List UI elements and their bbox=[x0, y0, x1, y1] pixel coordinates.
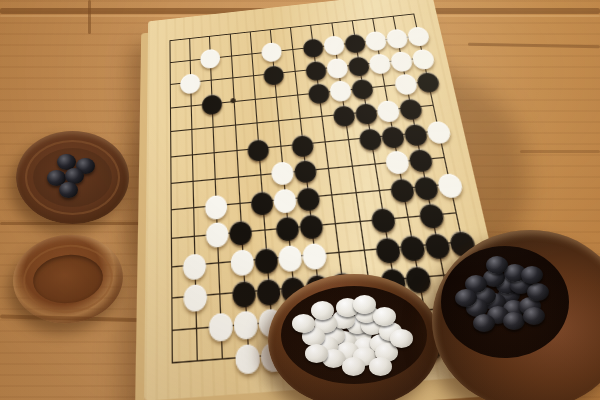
white-stone: ● bbox=[405, 24, 432, 46]
board-point[interactable] bbox=[322, 208, 349, 237]
board-point[interactable]: ● bbox=[331, 102, 356, 127]
white-stone: ● bbox=[229, 246, 256, 275]
board-point[interactable]: ● bbox=[230, 246, 255, 276]
board-point[interactable] bbox=[184, 311, 209, 343]
white-stone: ● bbox=[269, 159, 296, 185]
board-point[interactable] bbox=[239, 21, 260, 43]
board-point[interactable] bbox=[181, 167, 204, 194]
board-point[interactable]: ● bbox=[183, 250, 207, 280]
board-point[interactable]: ● bbox=[204, 191, 228, 219]
board-point[interactable]: ● bbox=[205, 219, 229, 248]
board-point[interactable] bbox=[264, 85, 287, 109]
board-point[interactable]: ● bbox=[307, 80, 331, 104]
board-point[interactable] bbox=[299, 14, 322, 36]
board-point[interactable]: ● bbox=[231, 276, 257, 307]
board-point[interactable] bbox=[181, 142, 203, 168]
board-point[interactable] bbox=[283, 59, 306, 82]
white-stone: ● bbox=[272, 186, 299, 213]
board-point[interactable]: ● bbox=[322, 33, 346, 56]
board-point[interactable] bbox=[342, 179, 369, 207]
white-bowl-stone bbox=[390, 329, 413, 348]
board-point[interactable]: ● bbox=[415, 69, 442, 93]
board-point[interactable]: ● bbox=[246, 135, 270, 161]
board-point[interactable]: ● bbox=[275, 213, 301, 242]
black-bowl-stone bbox=[521, 266, 543, 284]
board-point[interactable] bbox=[325, 237, 353, 267]
black-stone: ● bbox=[252, 244, 280, 273]
black-stone: ● bbox=[230, 276, 258, 306]
board-point[interactable] bbox=[180, 48, 201, 71]
board-point[interactable] bbox=[319, 181, 345, 209]
board-point[interactable] bbox=[182, 221, 206, 250]
board-point[interactable]: ● bbox=[255, 274, 281, 305]
white-stones-bowl bbox=[268, 274, 440, 400]
board-point[interactable]: ● bbox=[435, 170, 464, 198]
board-point[interactable] bbox=[242, 64, 264, 87]
board-point[interactable]: ● bbox=[410, 46, 436, 70]
board-point[interactable] bbox=[222, 89, 244, 113]
board-point[interactable] bbox=[203, 139, 226, 165]
board-point[interactable] bbox=[252, 215, 277, 244]
black-stone: ● bbox=[245, 135, 271, 160]
black-stone: ● bbox=[274, 213, 302, 241]
board-point[interactable]: ● bbox=[298, 211, 324, 240]
white-stone: ● bbox=[434, 170, 465, 197]
board-point[interactable]: ● bbox=[425, 117, 453, 143]
board-point[interactable]: ● bbox=[301, 239, 328, 269]
white-stone: ● bbox=[179, 71, 202, 94]
black-stone: ● bbox=[254, 274, 283, 304]
board-point[interactable] bbox=[160, 73, 181, 96]
board-point[interactable]: ● bbox=[253, 244, 279, 274]
board-point[interactable] bbox=[401, 3, 426, 25]
board-point[interactable]: ● bbox=[234, 340, 261, 374]
black-stone: ● bbox=[200, 91, 224, 114]
black-bowl-stone bbox=[473, 314, 495, 332]
board-point[interactable] bbox=[160, 119, 181, 144]
board-point[interactable]: ● bbox=[228, 217, 253, 246]
board-point[interactable] bbox=[335, 126, 361, 152]
white-stone: ● bbox=[203, 192, 229, 219]
board-point[interactable]: ● bbox=[208, 309, 234, 341]
board-point[interactable] bbox=[313, 128, 338, 154]
board-point[interactable] bbox=[259, 18, 281, 40]
board-point[interactable] bbox=[279, 16, 301, 38]
black-bowl-opening bbox=[441, 246, 569, 358]
board-point[interactable] bbox=[184, 344, 210, 378]
board-point[interactable]: ● bbox=[406, 24, 431, 47]
board-point[interactable] bbox=[179, 27, 199, 49]
board-point[interactable]: ● bbox=[261, 40, 283, 63]
board-point[interactable] bbox=[281, 37, 304, 60]
captured-black-stone bbox=[59, 182, 78, 198]
board-point[interactable] bbox=[159, 346, 184, 380]
board-point[interactable] bbox=[220, 44, 241, 67]
board-point[interactable] bbox=[209, 342, 235, 376]
white-stone: ● bbox=[199, 47, 222, 69]
white-bowl-stone bbox=[311, 301, 334, 320]
white-stone: ● bbox=[233, 340, 262, 372]
black-stone: ● bbox=[227, 218, 254, 246]
board-point[interactable] bbox=[221, 66, 243, 89]
board-point[interactable] bbox=[266, 108, 290, 133]
board-point[interactable] bbox=[160, 29, 180, 51]
board-point[interactable] bbox=[159, 169, 181, 196]
board-point[interactable] bbox=[159, 282, 183, 313]
board-point[interactable] bbox=[201, 68, 222, 91]
board-point[interactable]: ● bbox=[293, 156, 318, 183]
board-point[interactable] bbox=[286, 82, 310, 106]
floor-plank-seam bbox=[520, 150, 600, 153]
board-point[interactable] bbox=[227, 189, 251, 217]
board-point[interactable] bbox=[160, 144, 182, 170]
black-bowl-stone bbox=[527, 283, 549, 301]
white-stone: ● bbox=[207, 310, 235, 341]
board-point[interactable] bbox=[159, 252, 183, 282]
white-bowl-stone bbox=[373, 307, 396, 326]
board-point[interactable]: ● bbox=[201, 91, 223, 115]
board-point[interactable]: ● bbox=[328, 78, 353, 102]
board-point[interactable] bbox=[160, 95, 181, 119]
board-point[interactable] bbox=[310, 104, 335, 129]
board-point[interactable] bbox=[319, 12, 342, 34]
white-stone: ● bbox=[232, 308, 261, 339]
board-point[interactable] bbox=[182, 194, 205, 222]
board-point[interactable]: ● bbox=[270, 158, 295, 185]
white-stone: ● bbox=[276, 242, 304, 271]
board-point[interactable] bbox=[160, 51, 180, 74]
black-stone: ● bbox=[262, 62, 287, 85]
board-point[interactable] bbox=[159, 313, 184, 345]
black-bowl-stone bbox=[455, 289, 477, 307]
board-point[interactable] bbox=[204, 165, 227, 192]
white-stone: ● bbox=[409, 46, 437, 69]
black-stone: ● bbox=[414, 69, 442, 93]
board-point[interactable] bbox=[441, 198, 471, 227]
board-point[interactable] bbox=[202, 115, 224, 140]
black-bowl-stone bbox=[523, 307, 545, 325]
board-point[interactable] bbox=[315, 154, 341, 181]
bowl-lid-with-captured-black-stones bbox=[16, 131, 129, 224]
board-point[interactable]: ● bbox=[302, 35, 325, 58]
board-point[interactable]: ● bbox=[200, 46, 221, 69]
board-point[interactable] bbox=[248, 161, 272, 188]
board-point[interactable]: ● bbox=[183, 280, 208, 311]
board-point[interactable]: ● bbox=[250, 187, 275, 215]
white-stone: ● bbox=[182, 280, 209, 310]
board-point[interactable] bbox=[430, 143, 458, 170]
board-point[interactable] bbox=[207, 278, 232, 309]
floor-plank-seam bbox=[88, 0, 91, 34]
black-bowl-stone bbox=[503, 312, 525, 330]
white-bowl-opening bbox=[281, 286, 427, 384]
board-point[interactable] bbox=[159, 223, 182, 252]
white-stone: ● bbox=[182, 250, 208, 279]
board-point[interactable]: ● bbox=[304, 57, 328, 80]
board-point[interactable] bbox=[288, 106, 312, 131]
board-point[interactable]: ● bbox=[296, 183, 322, 211]
board-point[interactable] bbox=[245, 110, 268, 135]
white-bowl-stone bbox=[369, 357, 392, 376]
board-point[interactable] bbox=[223, 113, 246, 138]
black-stone: ● bbox=[249, 188, 276, 215]
board-point[interactable] bbox=[225, 137, 248, 163]
board-point[interactable] bbox=[268, 133, 292, 159]
board-point[interactable]: ● bbox=[325, 55, 349, 79]
board-point[interactable] bbox=[159, 196, 182, 224]
white-bowl-stone bbox=[342, 357, 365, 376]
board-point[interactable]: ● bbox=[290, 131, 315, 157]
white-stone: ● bbox=[424, 118, 454, 143]
board-point[interactable] bbox=[240, 42, 262, 65]
board-point[interactable] bbox=[206, 248, 231, 278]
white-bowl-stone bbox=[292, 314, 315, 333]
board-point[interactable]: ● bbox=[273, 185, 298, 213]
board-point[interactable] bbox=[420, 93, 447, 118]
white-stone: ● bbox=[204, 220, 230, 248]
board-point[interactable] bbox=[226, 163, 250, 190]
board-point[interactable] bbox=[199, 25, 220, 47]
board-point[interactable]: ● bbox=[262, 62, 285, 85]
board-point[interactable]: ● bbox=[277, 242, 303, 272]
board-point[interactable] bbox=[338, 152, 364, 179]
board-point[interactable] bbox=[180, 93, 201, 117]
board-point[interactable]: ● bbox=[180, 70, 201, 93]
board-point[interactable] bbox=[181, 117, 203, 142]
board-point[interactable] bbox=[219, 23, 240, 45]
board-point[interactable] bbox=[243, 87, 266, 111]
go-game-photo: ●●●●●●●●●●●●●●●●●●●●●●●●●●●●●●●●●●●●●●●●… bbox=[0, 0, 600, 400]
board-point[interactable]: ● bbox=[233, 307, 259, 339]
white-stone: ● bbox=[260, 40, 284, 62]
